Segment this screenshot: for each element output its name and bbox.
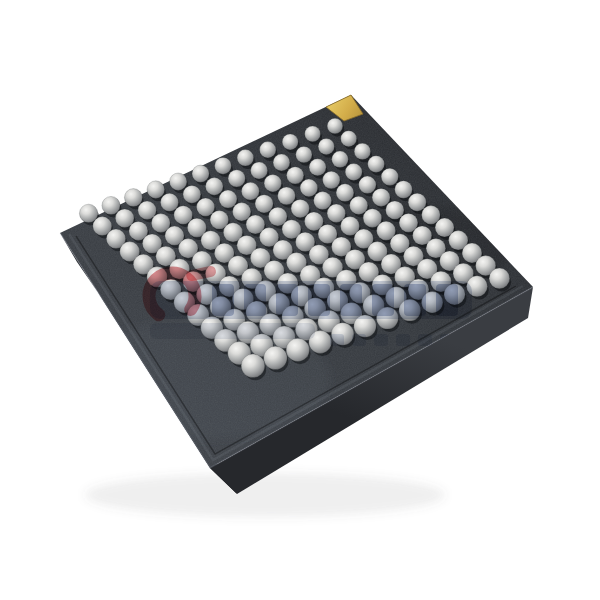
solder-ball bbox=[327, 118, 343, 134]
solder-ball bbox=[305, 126, 321, 142]
solder-ball bbox=[336, 184, 354, 202]
solder-ball bbox=[197, 198, 215, 216]
solder-ball bbox=[260, 142, 276, 158]
solder-ball bbox=[264, 346, 287, 369]
solder-ball bbox=[102, 196, 120, 214]
solder-ball bbox=[332, 151, 349, 168]
solder-ball bbox=[395, 181, 413, 199]
solder-ball bbox=[350, 196, 368, 214]
solder-ball bbox=[372, 188, 390, 206]
solder-ball bbox=[489, 268, 510, 289]
solder-ball bbox=[264, 175, 281, 192]
solder-ball bbox=[296, 146, 312, 162]
solder-ball bbox=[282, 134, 298, 150]
solder-ball bbox=[255, 195, 273, 213]
solder-ball bbox=[219, 190, 237, 208]
solder-ball bbox=[341, 131, 357, 147]
solder-ball bbox=[278, 187, 296, 205]
solder-ball bbox=[323, 171, 340, 188]
solder-ball bbox=[183, 185, 201, 203]
solder-ball bbox=[309, 159, 326, 176]
solder-ball bbox=[359, 176, 376, 193]
solder-ball bbox=[345, 164, 362, 181]
solder-ball bbox=[161, 193, 179, 211]
solder-ball bbox=[318, 139, 334, 155]
solder-ball bbox=[287, 167, 304, 184]
solder-ball bbox=[147, 181, 165, 199]
solder-ball bbox=[228, 170, 245, 187]
solder-ball bbox=[241, 354, 265, 378]
solder-ball bbox=[300, 179, 318, 197]
solder-ball bbox=[124, 189, 142, 207]
solder-ball bbox=[408, 193, 426, 211]
solder-ball bbox=[286, 338, 309, 361]
solder-ball bbox=[251, 162, 268, 179]
solder-ball bbox=[381, 168, 398, 185]
solder-ball bbox=[354, 143, 370, 159]
solder-ball bbox=[192, 165, 209, 182]
solder-ball bbox=[206, 178, 224, 196]
watermark-blue-band-2 bbox=[150, 323, 315, 339]
solder-ball bbox=[314, 192, 332, 210]
solder-ball bbox=[368, 156, 385, 173]
solder-ball bbox=[273, 154, 290, 171]
ground-shadow bbox=[85, 473, 445, 517]
solder-ball bbox=[215, 157, 232, 174]
bga-chip-illustration bbox=[0, 0, 600, 600]
solder-ball bbox=[242, 182, 260, 200]
solder-ball bbox=[237, 150, 254, 167]
solder-ball bbox=[170, 173, 187, 190]
chip-photo bbox=[0, 0, 600, 600]
